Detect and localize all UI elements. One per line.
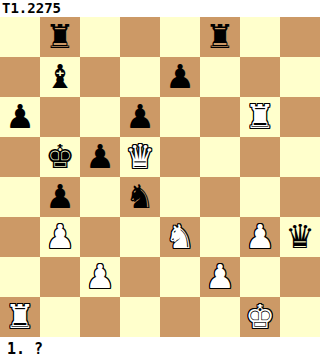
black-rook[interactable]: ♜ (205, 17, 235, 57)
black-pawn[interactable]: ♟ (165, 57, 195, 97)
square-b1[interactable] (40, 297, 80, 337)
square-d7[interactable] (120, 57, 160, 97)
square-b5[interactable]: ♚ (40, 137, 80, 177)
black-queen[interactable]: ♛ (285, 217, 315, 257)
white-rook[interactable]: ♜ (5, 297, 35, 337)
square-d2[interactable] (120, 257, 160, 297)
square-e2[interactable] (160, 257, 200, 297)
square-c2[interactable]: ♟ (80, 257, 120, 297)
square-c1[interactable] (80, 297, 120, 337)
square-g8[interactable] (240, 17, 280, 57)
black-king[interactable]: ♚ (45, 137, 75, 177)
square-d5[interactable]: ♛ (120, 137, 160, 177)
white-king[interactable]: ♚ (245, 297, 275, 337)
square-h1[interactable] (280, 297, 320, 337)
square-f5[interactable] (200, 137, 240, 177)
puzzle-title: T1.2275 (0, 0, 320, 17)
square-d4[interactable]: ♞ (120, 177, 160, 217)
square-b7[interactable]: ♝ (40, 57, 80, 97)
square-g7[interactable] (240, 57, 280, 97)
black-pawn[interactable]: ♟ (45, 177, 75, 217)
square-d6[interactable]: ♟ (120, 97, 160, 137)
square-d1[interactable] (120, 297, 160, 337)
square-e1[interactable] (160, 297, 200, 337)
square-g5[interactable] (240, 137, 280, 177)
square-g1[interactable]: ♚ (240, 297, 280, 337)
square-f6[interactable] (200, 97, 240, 137)
square-g6[interactable]: ♜ (240, 97, 280, 137)
square-f8[interactable]: ♜ (200, 17, 240, 57)
square-a5[interactable] (0, 137, 40, 177)
square-c7[interactable] (80, 57, 120, 97)
black-rook[interactable]: ♜ (45, 17, 75, 57)
square-c6[interactable] (80, 97, 120, 137)
square-f7[interactable] (200, 57, 240, 97)
black-pawn[interactable]: ♟ (85, 137, 115, 177)
white-pawn[interactable]: ♟ (205, 257, 235, 297)
square-e4[interactable] (160, 177, 200, 217)
square-e7[interactable]: ♟ (160, 57, 200, 97)
square-h4[interactable] (280, 177, 320, 217)
square-a3[interactable] (0, 217, 40, 257)
square-b3[interactable]: ♟ (40, 217, 80, 257)
square-f2[interactable]: ♟ (200, 257, 240, 297)
square-h8[interactable] (280, 17, 320, 57)
black-bishop[interactable]: ♝ (45, 57, 75, 97)
square-g2[interactable] (240, 257, 280, 297)
square-a2[interactable] (0, 257, 40, 297)
square-h3[interactable]: ♛ (280, 217, 320, 257)
white-pawn[interactable]: ♟ (45, 217, 75, 257)
square-c5[interactable]: ♟ (80, 137, 120, 177)
square-f1[interactable] (200, 297, 240, 337)
square-a7[interactable] (0, 57, 40, 97)
square-b4[interactable]: ♟ (40, 177, 80, 217)
chess-board: ♜♜♝♟♟♟♜♚♟♛♟♞♟♞♟♛♟♟♜♚ (0, 17, 320, 337)
square-e5[interactable] (160, 137, 200, 177)
square-a4[interactable] (0, 177, 40, 217)
square-a1[interactable]: ♜ (0, 297, 40, 337)
square-h5[interactable] (280, 137, 320, 177)
square-g4[interactable] (240, 177, 280, 217)
black-pawn[interactable]: ♟ (5, 97, 35, 137)
square-e6[interactable] (160, 97, 200, 137)
square-e3[interactable]: ♞ (160, 217, 200, 257)
black-pawn[interactable]: ♟ (125, 97, 155, 137)
square-b6[interactable] (40, 97, 80, 137)
square-a8[interactable] (0, 17, 40, 57)
move-prompt: 1. ? (0, 337, 320, 360)
square-f3[interactable] (200, 217, 240, 257)
white-rook[interactable]: ♜ (245, 97, 275, 137)
square-e8[interactable] (160, 17, 200, 57)
white-pawn[interactable]: ♟ (85, 257, 115, 297)
white-knight[interactable]: ♞ (165, 217, 195, 257)
square-c4[interactable] (80, 177, 120, 217)
square-d8[interactable] (120, 17, 160, 57)
square-b2[interactable] (40, 257, 80, 297)
square-a6[interactable]: ♟ (0, 97, 40, 137)
square-g3[interactable]: ♟ (240, 217, 280, 257)
square-h7[interactable] (280, 57, 320, 97)
square-h6[interactable] (280, 97, 320, 137)
square-f4[interactable] (200, 177, 240, 217)
square-c8[interactable] (80, 17, 120, 57)
square-b8[interactable]: ♜ (40, 17, 80, 57)
white-pawn[interactable]: ♟ (245, 217, 275, 257)
white-queen[interactable]: ♛ (125, 137, 155, 177)
square-h2[interactable] (280, 257, 320, 297)
black-knight[interactable]: ♞ (125, 177, 155, 217)
square-d3[interactable] (120, 217, 160, 257)
square-c3[interactable] (80, 217, 120, 257)
